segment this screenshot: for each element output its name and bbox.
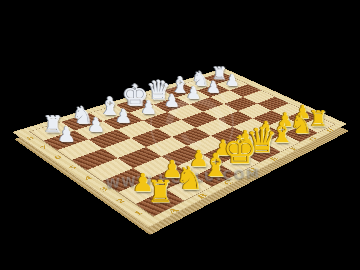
scene: ABCDEFGH12345678 ♜♞♝♚♛♝♞♜♟♟♟♟♟♟♟♟♟♟♟♟♟♟♟… (0, 0, 360, 270)
piece-black-silver-pawn-b7[interactable]: ♟ (87, 115, 104, 134)
piece-black-silver-pawn-f7[interactable]: ♟ (186, 85, 201, 101)
piece-black-silver-pawn-g7[interactable]: ♟ (206, 79, 220, 95)
piece-white-gold-rook-a1[interactable]: ♜ (147, 178, 174, 208)
piece-black-silver-pawn-h7[interactable]: ♟ (225, 73, 239, 88)
piece-white-gold-bishop-c1[interactable]: ♝ (201, 149, 230, 181)
piece-white-gold-knight-b1[interactable]: ♞ (175, 162, 204, 194)
piece-black-silver-pawn-d7[interactable]: ♟ (141, 99, 157, 117)
piece-black-silver-pawn-c7[interactable]: ♟ (115, 107, 132, 125)
piece-black-silver-pawn-e7[interactable]: ♟ (164, 92, 179, 109)
piece-black-silver-pawn-a7[interactable]: ♟ (57, 124, 75, 144)
